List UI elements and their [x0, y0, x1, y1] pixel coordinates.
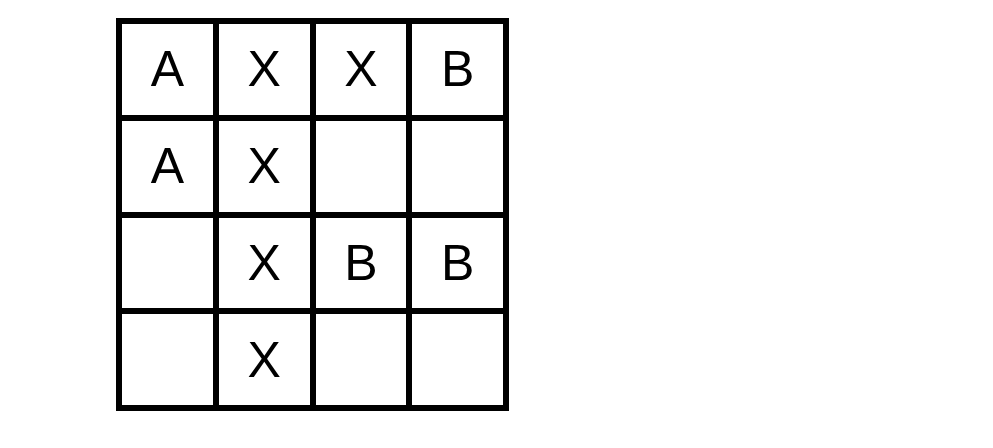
page-canvas: A X X B A X X B B X: [0, 0, 993, 448]
cell-r2c3[interactable]: [316, 121, 407, 212]
cell-r1c4[interactable]: B: [412, 24, 503, 115]
cell-r3c3[interactable]: B: [316, 218, 407, 309]
cell-r2c2[interactable]: X: [219, 121, 310, 212]
cell-r2c4[interactable]: [412, 121, 503, 212]
cell-r3c2[interactable]: X: [219, 218, 310, 309]
cell-r1c2[interactable]: X: [219, 24, 310, 115]
cell-r4c2[interactable]: X: [219, 314, 310, 405]
cell-r1c3[interactable]: X: [316, 24, 407, 115]
cell-r1c1[interactable]: A: [122, 24, 213, 115]
cell-r4c1[interactable]: [122, 314, 213, 405]
cell-r3c4[interactable]: B: [412, 218, 503, 309]
puzzle-board: A X X B A X X B B X: [116, 18, 509, 411]
cell-r2c1[interactable]: A: [122, 121, 213, 212]
cell-r3c1[interactable]: [122, 218, 213, 309]
cell-r4c4[interactable]: [412, 314, 503, 405]
cell-r4c3[interactable]: [316, 314, 407, 405]
